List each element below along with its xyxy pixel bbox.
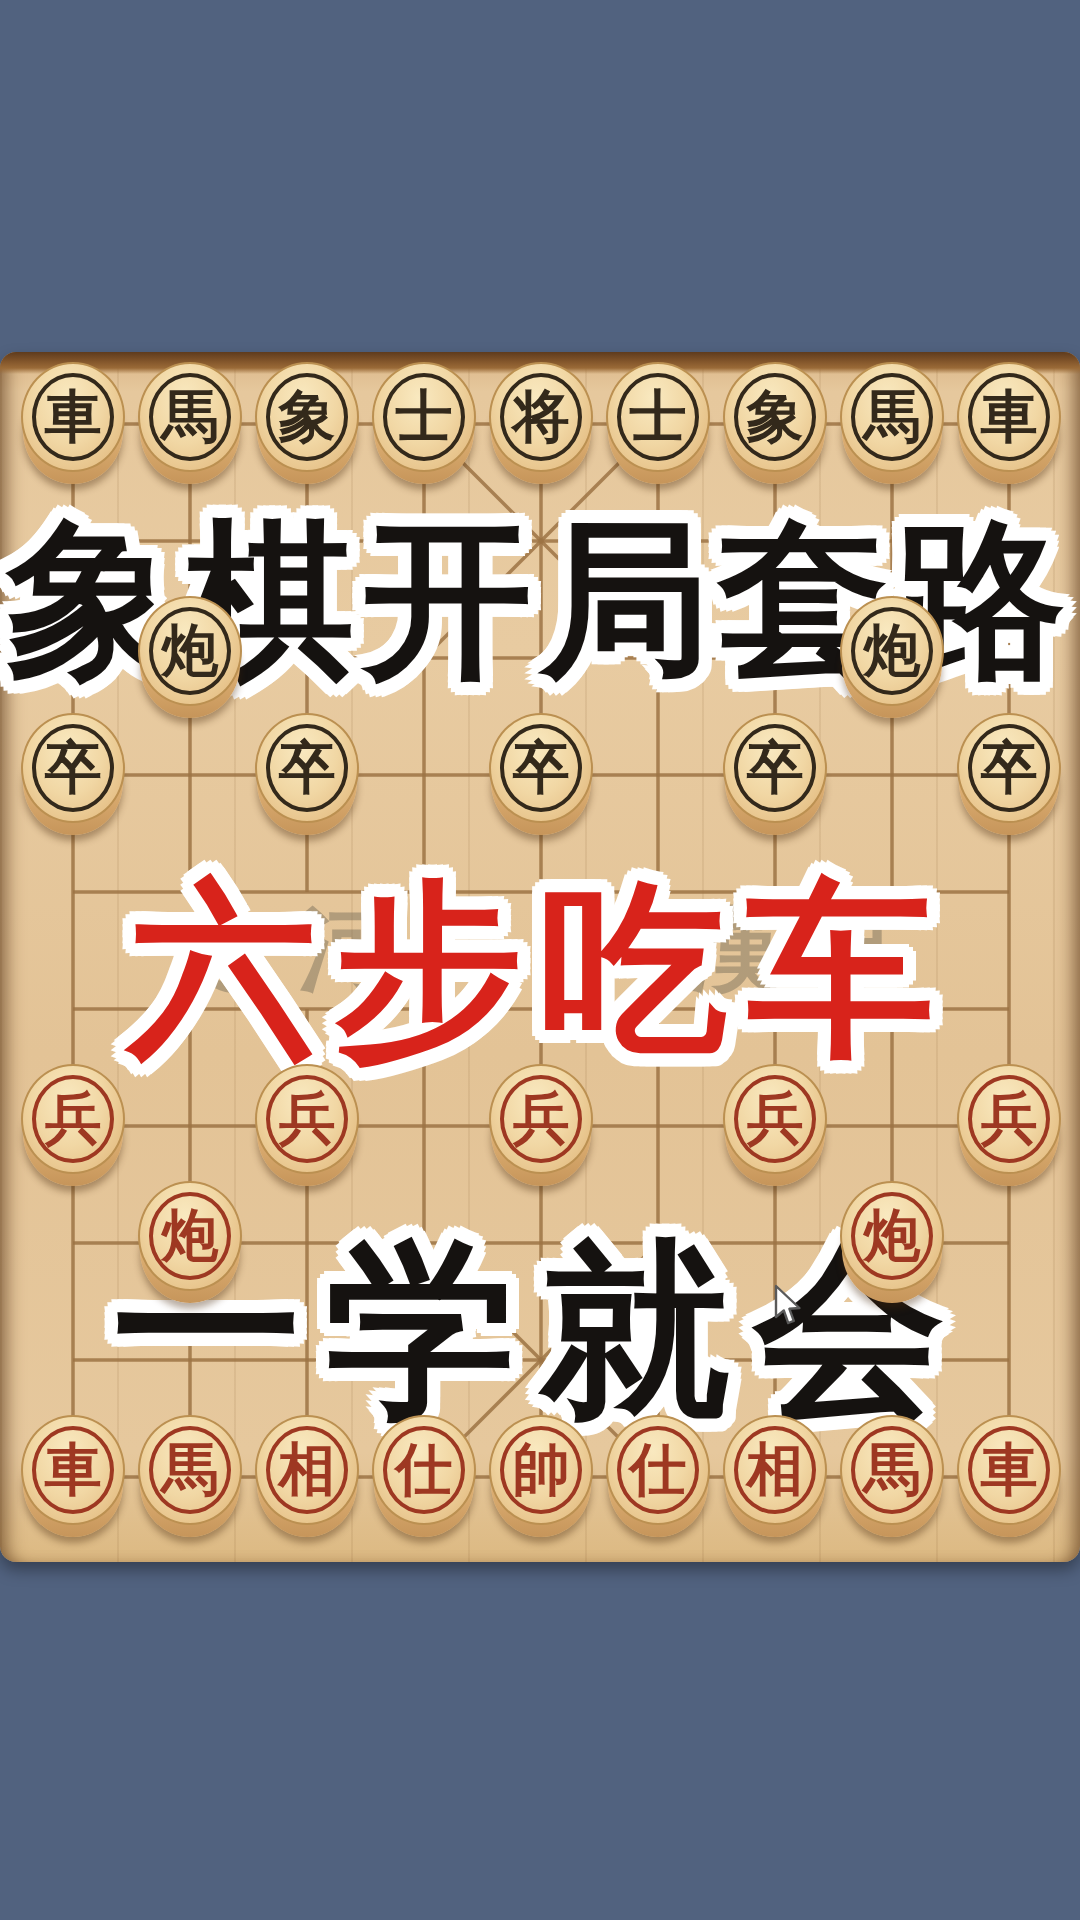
piece-glyph: 卒 [279, 739, 336, 796]
piece-glyph: 馬 [162, 1441, 219, 1498]
piece-rP[interactable]: 兵 [723, 1064, 827, 1190]
piece-face: 相 [723, 1415, 827, 1525]
piece-face: 帥 [489, 1415, 593, 1525]
piece-rC[interactable]: 炮 [840, 1181, 944, 1307]
piece-bB[interactable]: 象 [255, 362, 359, 488]
piece-bP[interactable]: 卒 [957, 713, 1061, 839]
piece-glyph: 炮 [162, 622, 219, 679]
piece-glyph: 炮 [864, 1207, 921, 1264]
piece-face: 象 [255, 362, 359, 472]
piece-glyph: 車 [45, 388, 102, 445]
piece-face: 炮 [840, 596, 944, 706]
piece-rP[interactable]: 兵 [21, 1064, 125, 1190]
piece-face: 卒 [255, 713, 359, 823]
piece-glyph: 象 [279, 388, 336, 445]
piece-glyph: 相 [279, 1441, 336, 1498]
piece-glyph: 炮 [864, 622, 921, 679]
piece-rR[interactable]: 車 [21, 1415, 125, 1541]
piece-bB[interactable]: 象 [723, 362, 827, 488]
piece-glyph: 馬 [864, 388, 921, 445]
piece-glyph: 卒 [513, 739, 570, 796]
piece-bP[interactable]: 卒 [255, 713, 359, 839]
piece-rB[interactable]: 相 [723, 1415, 827, 1541]
piece-face: 馬 [840, 1415, 944, 1525]
piece-bR[interactable]: 車 [21, 362, 125, 488]
piece-face: 将 [489, 362, 593, 472]
piece-glyph: 馬 [162, 388, 219, 445]
piece-bA[interactable]: 士 [606, 362, 710, 488]
piece-glyph: 兵 [747, 1090, 804, 1147]
piece-rC[interactable]: 炮 [138, 1181, 242, 1307]
piece-face: 兵 [957, 1064, 1061, 1174]
piece-face: 士 [606, 362, 710, 472]
piece-rA[interactable]: 仕 [372, 1415, 476, 1541]
piece-glyph: 将 [513, 388, 570, 445]
piece-glyph: 相 [747, 1441, 804, 1498]
piece-face: 兵 [723, 1064, 827, 1174]
piece-glyph: 士 [396, 388, 453, 445]
piece-glyph: 卒 [45, 739, 102, 796]
piece-face: 卒 [723, 713, 827, 823]
piece-face: 卒 [21, 713, 125, 823]
piece-face: 卒 [489, 713, 593, 823]
piece-rN[interactable]: 馬 [840, 1415, 944, 1541]
piece-face: 兵 [21, 1064, 125, 1174]
piece-face: 卒 [957, 713, 1061, 823]
piece-face: 馬 [138, 362, 242, 472]
piece-glyph: 象 [747, 388, 804, 445]
caption-line-2: 六步吃车 [0, 876, 1080, 1064]
piece-glyph: 炮 [162, 1207, 219, 1264]
piece-glyph: 兵 [45, 1090, 102, 1147]
piece-face: 仕 [372, 1415, 476, 1525]
piece-bR[interactable]: 車 [957, 362, 1061, 488]
piece-bN[interactable]: 馬 [138, 362, 242, 488]
piece-glyph: 卒 [981, 739, 1038, 796]
piece-face: 馬 [840, 362, 944, 472]
piece-glyph: 卒 [747, 739, 804, 796]
piece-face: 兵 [255, 1064, 359, 1174]
screenshot-stage: 楚河 漢界 車馬象士将士象馬車炮炮卒卒卒卒卒兵兵兵兵兵炮炮車馬相仕帥仕相馬車 象… [0, 0, 1080, 1920]
piece-rP[interactable]: 兵 [957, 1064, 1061, 1190]
piece-face: 炮 [138, 596, 242, 706]
piece-glyph: 車 [45, 1441, 102, 1498]
piece-rB[interactable]: 相 [255, 1415, 359, 1541]
piece-glyph: 兵 [279, 1090, 336, 1147]
piece-glyph: 兵 [981, 1090, 1038, 1147]
piece-rN[interactable]: 馬 [138, 1415, 242, 1541]
piece-bC[interactable]: 炮 [840, 596, 944, 722]
piece-bP[interactable]: 卒 [21, 713, 125, 839]
piece-face: 炮 [138, 1181, 242, 1291]
piece-rA[interactable]: 仕 [606, 1415, 710, 1541]
piece-face: 馬 [138, 1415, 242, 1525]
piece-glyph: 帥 [513, 1441, 570, 1498]
mouse-cursor [773, 1284, 807, 1328]
piece-face: 炮 [840, 1181, 944, 1291]
piece-rP[interactable]: 兵 [489, 1064, 593, 1190]
piece-rP[interactable]: 兵 [255, 1064, 359, 1190]
piece-glyph: 兵 [513, 1090, 570, 1147]
piece-bP[interactable]: 卒 [489, 713, 593, 839]
piece-bC[interactable]: 炮 [138, 596, 242, 722]
piece-face: 仕 [606, 1415, 710, 1525]
piece-bA[interactable]: 士 [372, 362, 476, 488]
piece-glyph: 仕 [630, 1441, 687, 1498]
piece-face: 象 [723, 362, 827, 472]
piece-face: 車 [957, 362, 1061, 472]
piece-rR[interactable]: 車 [957, 1415, 1061, 1541]
piece-bK[interactable]: 将 [489, 362, 593, 488]
piece-glyph: 馬 [864, 1441, 921, 1498]
piece-glyph: 車 [981, 388, 1038, 445]
piece-glyph: 士 [630, 388, 687, 445]
piece-face: 兵 [489, 1064, 593, 1174]
piece-rK[interactable]: 帥 [489, 1415, 593, 1541]
piece-glyph: 仕 [396, 1441, 453, 1498]
piece-bN[interactable]: 馬 [840, 362, 944, 488]
piece-face: 士 [372, 362, 476, 472]
piece-face: 相 [255, 1415, 359, 1525]
piece-face: 車 [21, 1415, 125, 1525]
piece-face: 車 [21, 362, 125, 472]
piece-face: 車 [957, 1415, 1061, 1525]
piece-glyph: 車 [981, 1441, 1038, 1498]
piece-bP[interactable]: 卒 [723, 713, 827, 839]
